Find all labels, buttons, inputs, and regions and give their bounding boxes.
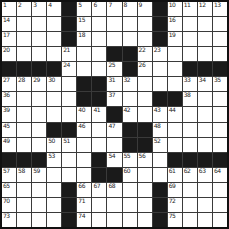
clue-number: 17 [3,32,10,38]
block-r10c10 [138,138,152,152]
cell-r2c7[interactable] [92,17,106,31]
cell-r2c10[interactable] [138,17,152,31]
cell-r11c6[interactable] [77,153,91,167]
cell-r2c8[interactable] [107,17,121,31]
cell-r7c4[interactable] [47,92,61,106]
cell-r7c5[interactable] [62,92,76,106]
clue-number: 68 [108,183,115,189]
clue-number: 13 [214,2,221,8]
cell-r6c4[interactable]: 30 [47,77,61,91]
cell-r1c1[interactable]: 1 [2,2,16,16]
cell-r10c12[interactable] [168,138,182,152]
cell-r1c2[interactable]: 2 [17,2,31,16]
clue-number: 30 [48,77,55,83]
cell-r1c4[interactable]: 4 [47,2,61,16]
cell-r2c2[interactable] [17,17,31,31]
cell-r6c14[interactable]: 34 [198,77,212,91]
clue-number: 19 [169,32,176,38]
cell-r8c14[interactable] [198,107,212,121]
cell-r1c13[interactable]: 11 [183,2,197,16]
block-r5c1 [2,62,16,76]
crossword-board: 1234567891011121314151617181920212223242… [0,0,229,229]
clue-number: 23 [154,47,161,53]
clue-number: 3 [33,2,36,8]
block-r5c9 [123,62,137,76]
cell-r5c5[interactable]: 24 [62,62,76,76]
block-r14c11 [153,198,167,212]
cell-r3c8[interactable] [107,32,121,46]
cell-r6c3[interactable]: 29 [32,77,46,91]
cell-r14c1[interactable]: 70 [2,198,16,212]
clue-number: 65 [3,183,10,189]
cell-r5c11[interactable] [153,62,167,76]
cell-r12c6[interactable] [77,168,91,182]
cell-r15c2[interactable] [17,213,31,227]
clue-number: 51 [63,138,70,144]
clue-number: 22 [139,47,146,53]
cell-r4c15[interactable] [213,47,227,61]
clue-number: 24 [63,62,70,68]
clue-number: 9 [139,2,142,8]
cell-r4c3[interactable] [32,47,46,61]
cell-r9c7[interactable] [92,123,106,137]
clue-number: 40 [78,107,85,113]
cell-r15c12[interactable]: 75 [168,213,182,227]
cell-r15c1[interactable]: 73 [2,213,16,227]
cell-r10c2[interactable] [17,138,31,152]
cell-r4c13[interactable] [183,47,197,61]
clue-number: 21 [63,47,70,53]
cell-r8c7[interactable]: 41 [92,107,106,121]
cell-r9c15[interactable] [213,123,227,137]
cell-r13c3[interactable] [32,183,46,197]
block-r5c13 [183,62,197,76]
cell-r14c12[interactable]: 72 [168,198,182,212]
cell-r13c13[interactable] [183,183,197,197]
clue-number: 57 [3,168,10,174]
clue-number: 15 [78,17,85,23]
clue-number: 50 [48,138,55,144]
block-r9c9 [123,123,137,137]
cell-r10c15[interactable] [213,138,227,152]
cell-r14c4[interactable] [47,198,61,212]
cell-r7c1[interactable]: 36 [2,92,16,106]
clue-number: 46 [78,123,85,129]
cell-r15c7[interactable] [92,213,106,227]
cell-r10c3[interactable] [32,138,46,152]
cell-r12c5[interactable] [62,168,76,182]
cell-r8c2[interactable] [17,107,31,121]
clue-number: 53 [48,153,55,159]
clue-number: 58 [18,168,25,174]
cell-r12c11[interactable] [153,168,167,182]
cell-r13c1[interactable]: 65 [2,183,16,197]
cell-r3c3[interactable] [32,32,46,46]
clue-number: 48 [154,123,161,129]
clue-number: 1 [3,2,6,8]
block-r2c11 [153,17,167,31]
cell-r5c10[interactable]: 26 [138,62,152,76]
block-r7c11 [153,92,167,106]
clue-number: 52 [154,138,161,144]
cell-r1c7[interactable]: 6 [92,2,106,16]
clue-number: 61 [169,168,176,174]
cell-r15c15[interactable] [213,213,227,227]
block-r7c12 [168,92,182,106]
block-r1c5 [62,2,76,16]
cell-r3c7[interactable] [92,32,106,46]
cell-r8c3[interactable] [32,107,46,121]
cell-r14c3[interactable] [32,198,46,212]
cell-r14c14[interactable] [198,198,212,212]
clue-number: 20 [3,47,10,53]
cell-r13c8[interactable]: 68 [107,183,121,197]
cell-r9c14[interactable] [198,123,212,137]
cell-r14c6[interactable]: 71 [77,198,91,212]
clue-number: 55 [124,153,131,159]
cell-r7c13[interactable]: 38 [183,92,197,106]
cell-r1c15[interactable]: 13 [213,2,227,16]
cell-r6c11[interactable] [153,77,167,91]
cell-r3c9[interactable] [123,32,137,46]
cell-r12c10[interactable] [138,168,152,182]
cell-r1c8[interactable]: 7 [107,2,121,16]
cell-r11c9[interactable]: 55 [123,153,137,167]
clue-number: 74 [78,213,85,219]
cell-r13c2[interactable] [17,183,31,197]
cell-r13c14[interactable] [198,183,212,197]
cell-r3c6[interactable]: 18 [77,32,91,46]
cell-r13c10[interactable] [138,183,152,197]
clue-number: 11 [184,2,191,8]
cell-r13c4[interactable] [47,183,61,197]
cell-r6c5[interactable] [62,77,76,91]
block-r11c13 [183,153,197,167]
cell-r15c9[interactable] [123,213,137,227]
cell-r15c10[interactable] [138,213,152,227]
cell-r6c9[interactable]: 32 [123,77,137,91]
cell-r8c13[interactable] [183,107,197,121]
cell-r3c13[interactable] [183,32,197,46]
cell-r2c4[interactable] [47,17,61,31]
clue-number: 5 [78,2,81,8]
block-r15c5 [62,213,76,227]
block-r5c3 [32,62,46,76]
cell-r9c12[interactable] [168,123,182,137]
cell-r14c15[interactable] [213,198,227,212]
cell-r7c2[interactable] [17,92,31,106]
cell-r4c12[interactable] [168,47,182,61]
cell-r12c1[interactable]: 57 [2,168,16,182]
cell-r12c3[interactable]: 59 [32,168,46,182]
cell-r15c14[interactable] [198,213,212,227]
cell-r15c4[interactable] [47,213,61,227]
clue-number: 42 [124,107,131,113]
clue-number: 26 [139,62,146,68]
cell-r1c10[interactable]: 9 [138,2,152,16]
clue-number: 67 [93,183,100,189]
cell-r12c2[interactable]: 58 [17,168,31,182]
cell-r3c4[interactable] [47,32,61,46]
block-r3c5 [62,32,76,46]
clue-number: 47 [108,123,115,129]
block-r13c11 [153,183,167,197]
clue-number: 66 [78,183,85,189]
block-r11c15 [213,153,227,167]
clue-number: 12 [199,2,206,8]
cell-r10c4[interactable]: 50 [47,138,61,152]
cell-r5c12[interactable] [168,62,182,76]
cell-r11c10[interactable]: 56 [138,153,152,167]
block-r2c5 [62,17,76,31]
clue-number: 37 [108,92,115,98]
clue-number: 32 [124,77,131,83]
block-r5c2 [17,62,31,76]
cell-r2c6[interactable]: 15 [77,17,91,31]
block-r9c10 [138,123,152,137]
cell-r3c12[interactable]: 19 [168,32,182,46]
cell-r14c13[interactable] [183,198,197,212]
clue-number: 18 [78,32,85,38]
cell-r9c3[interactable] [32,123,46,137]
cell-r2c3[interactable] [32,17,46,31]
cell-r2c12[interactable]: 16 [168,17,182,31]
block-r10c9 [123,138,137,152]
cell-r12c4[interactable] [47,168,61,182]
block-r3c11 [153,32,167,46]
cell-r9c8[interactable]: 47 [107,123,121,137]
cell-r13c7[interactable]: 67 [92,183,106,197]
block-r5c4 [47,62,61,76]
cell-r7c8[interactable]: 37 [107,92,121,106]
clue-number: 14 [3,17,10,23]
clue-number: 49 [3,138,10,144]
block-r8c8 [107,107,121,121]
cell-r15c3[interactable] [32,213,46,227]
cell-r7c3[interactable] [32,92,46,106]
clue-number: 28 [18,77,25,83]
cell-r4c11[interactable]: 23 [153,47,167,61]
cell-r9c11[interactable]: 48 [153,123,167,137]
block-r6c6 [77,77,91,91]
cell-r1c6[interactable]: 5 [77,2,91,16]
cell-r4c6[interactable] [77,47,91,61]
cell-r6c8[interactable]: 31 [107,77,121,91]
cell-r15c8[interactable] [107,213,121,227]
cell-r8c11[interactable]: 43 [153,107,167,121]
cell-r6c10[interactable] [138,77,152,91]
cell-r3c15[interactable] [213,32,227,46]
cell-r2c14[interactable] [198,17,212,31]
clue-number: 75 [169,213,176,219]
cell-r10c6[interactable] [77,138,91,152]
clue-number: 35 [214,77,221,83]
cell-r10c14[interactable] [198,138,212,152]
cell-r4c2[interactable] [17,47,31,61]
cell-r10c5[interactable]: 51 [62,138,76,152]
block-r11c12 [168,153,182,167]
cell-r14c2[interactable] [17,198,31,212]
clue-number: 33 [184,77,191,83]
cell-r4c10[interactable]: 22 [138,47,152,61]
cell-r8c10[interactable] [138,107,152,121]
cell-r14c7[interactable] [92,198,106,212]
cell-r2c13[interactable] [183,17,197,31]
block-r5c14 [198,62,212,76]
clue-number: 41 [93,107,100,113]
cell-r8c12[interactable]: 44 [168,107,182,121]
cell-r11c5[interactable] [62,153,76,167]
clue-number: 45 [3,123,10,129]
clue-number: 54 [108,153,115,159]
block-r11c2 [17,153,31,167]
cell-r12c14[interactable]: 63 [198,168,212,182]
block-r12c8 [107,168,121,182]
clue-number: 25 [108,62,115,68]
cell-r5c8[interactable]: 25 [107,62,121,76]
block-r4c8 [107,47,121,61]
clue-number: 36 [3,92,10,98]
block-r1c11 [153,2,167,16]
cell-r2c1[interactable]: 14 [2,17,16,31]
cell-r1c14[interactable]: 12 [198,2,212,16]
cell-r14c8[interactable] [107,198,121,212]
cell-r11c11[interactable] [153,153,167,167]
clue-number: 34 [199,77,206,83]
clue-number: 10 [169,2,176,8]
block-r11c1 [2,153,16,167]
clue-number: 38 [184,92,191,98]
block-r4c9 [123,47,137,61]
cell-r6c2[interactable]: 28 [17,77,31,91]
clue-number: 2 [18,2,21,8]
cell-r8c9[interactable]: 42 [123,107,137,121]
cell-r8c4[interactable] [47,107,61,121]
cell-r4c14[interactable] [198,47,212,61]
clue-number: 6 [93,2,96,8]
clue-number: 64 [214,168,221,174]
cell-r10c11[interactable]: 52 [153,138,167,152]
cell-r7c14[interactable] [198,92,212,106]
clue-number: 70 [3,198,10,204]
clue-number: 27 [3,77,10,83]
cell-r10c7[interactable] [92,138,106,152]
clue-number: 44 [169,107,176,113]
cell-r6c13[interactable]: 33 [183,77,197,91]
cell-r4c1[interactable]: 20 [2,47,16,61]
cell-r12c15[interactable]: 64 [213,168,227,182]
cell-r11c4[interactable]: 53 [47,153,61,167]
cell-r9c1[interactable]: 45 [2,123,16,137]
clue-number: 39 [3,107,10,113]
cell-r1c9[interactable]: 8 [123,2,137,16]
block-r6c7 [92,77,106,91]
cell-r6c12[interactable] [168,77,182,91]
cell-r1c3[interactable]: 3 [32,2,46,16]
clue-number: 56 [139,153,146,159]
cell-r3c10[interactable] [138,32,152,46]
cell-r4c7[interactable] [92,47,106,61]
clue-number: 63 [199,168,206,174]
clue-number: 16 [169,17,176,23]
cell-r8c5[interactable] [62,107,76,121]
clue-number: 60 [124,168,131,174]
cell-r6c15[interactable]: 35 [213,77,227,91]
block-r15c11 [153,213,167,227]
cell-r10c1[interactable]: 49 [2,138,16,152]
cell-r13c15[interactable] [213,183,227,197]
clue-number: 72 [169,198,176,204]
cell-r7c10[interactable] [138,92,152,106]
cell-r3c2[interactable] [17,32,31,46]
clue-number: 73 [3,213,10,219]
cell-r12c13[interactable]: 62 [183,168,197,182]
cell-r8c15[interactable] [213,107,227,121]
block-r11c7 [92,153,106,167]
cell-r7c15[interactable] [213,92,227,106]
block-r9c5 [62,123,76,137]
cell-r12c9[interactable]: 60 [123,168,137,182]
cell-r2c9[interactable] [123,17,137,31]
cell-r15c6[interactable]: 74 [77,213,91,227]
clue-number: 71 [78,198,85,204]
block-r9c4 [47,123,61,137]
cell-r4c5[interactable]: 21 [62,47,76,61]
clue-number: 8 [124,2,127,8]
block-r7c7 [92,92,106,106]
clue-number: 59 [33,168,40,174]
cell-r5c7[interactable] [92,62,106,76]
block-r5c15 [213,62,227,76]
cell-r1c12[interactable]: 10 [168,2,182,16]
clue-number: 7 [108,2,111,8]
cell-r9c13[interactable] [183,123,197,137]
cell-r9c6[interactable]: 46 [77,123,91,137]
cell-r15c13[interactable] [183,213,197,227]
clue-number: 69 [169,183,176,189]
cell-r13c9[interactable] [123,183,137,197]
block-r13c5 [62,183,76,197]
cell-r3c1[interactable]: 17 [2,32,16,46]
cell-r10c13[interactable] [183,138,197,152]
cell-r8c1[interactable]: 39 [2,107,16,121]
cell-r12c12[interactable]: 61 [168,168,182,182]
cell-r13c12[interactable]: 69 [168,183,182,197]
cell-r11c8[interactable]: 54 [107,153,121,167]
cell-r5c6[interactable] [77,62,91,76]
clue-number: 43 [154,107,161,113]
cell-r8c6[interactable]: 40 [77,107,91,121]
clue-number: 29 [33,77,40,83]
cell-r14c9[interactable] [123,198,137,212]
block-r12c7 [92,168,106,182]
block-r11c14 [198,153,212,167]
block-r14c5 [62,198,76,212]
cell-r9c2[interactable] [17,123,31,137]
cell-r6c1[interactable]: 27 [2,77,16,91]
cell-r2c15[interactable] [213,17,227,31]
cell-r14c10[interactable] [138,198,152,212]
clue-number: 31 [108,77,115,83]
cell-r4c4[interactable] [47,47,61,61]
cell-r13c6[interactable]: 66 [77,183,91,197]
clue-number: 62 [184,168,191,174]
block-r7c6 [77,92,91,106]
cell-r7c9[interactable] [123,92,137,106]
cell-r3c14[interactable] [198,32,212,46]
clue-number: 4 [48,2,51,8]
cell-r10c8[interactable] [107,138,121,152]
